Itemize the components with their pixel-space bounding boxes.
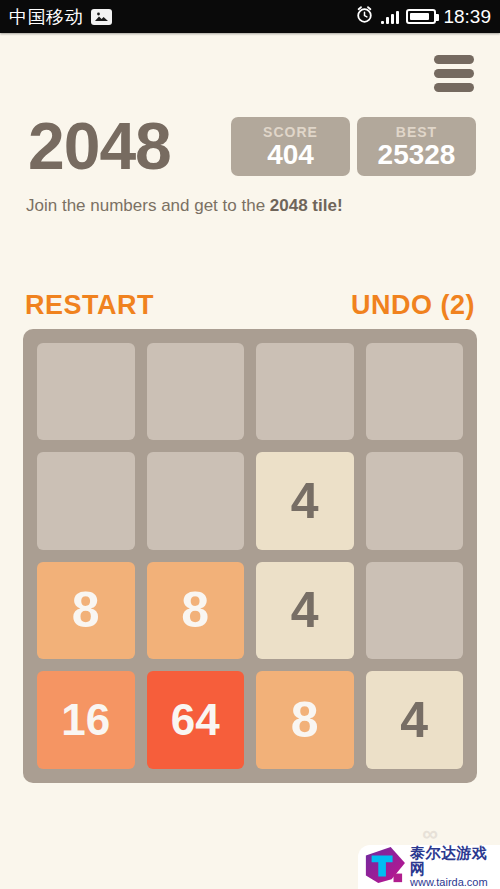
battery-icon xyxy=(406,9,436,24)
score-value: 404 xyxy=(267,140,314,169)
hamburger-menu-icon[interactable] xyxy=(434,55,474,92)
watermark-site-name: 泰尔达游戏网 xyxy=(410,845,500,877)
board-cell: 8 xyxy=(147,562,245,660)
score-label: SCORE xyxy=(263,124,318,140)
board-cell: 8 xyxy=(37,562,135,660)
board-cell: 4 xyxy=(256,452,354,550)
faint-infinity-mark: ∞ xyxy=(422,821,438,847)
status-bar: 中国移动 18:39 xyxy=(0,0,500,33)
game-header: 2048 SCORE 404 BEST 25328 xyxy=(0,115,500,178)
board-cell: 4 xyxy=(366,671,464,769)
tairda-logo-icon xyxy=(361,845,407,889)
game-subtitle: Join the numbers and get to the 2048 til… xyxy=(0,196,500,216)
board-cell xyxy=(256,343,354,441)
board-cell xyxy=(366,452,464,550)
board-cell xyxy=(37,343,135,441)
controls-row: RESTART UNDO (2) xyxy=(0,290,500,321)
best-label: BEST xyxy=(396,124,437,140)
board-cell xyxy=(366,343,464,441)
clock-time: 18:39 xyxy=(443,6,491,28)
watermark-site-url: www.tairda.com xyxy=(410,877,500,889)
game-title: 2048 xyxy=(28,115,171,178)
board-cell: 8 xyxy=(256,671,354,769)
board-cell xyxy=(37,452,135,550)
undo-button[interactable]: UNDO (2) xyxy=(351,290,475,321)
board-cell: 64 xyxy=(147,671,245,769)
board-cell: 16 xyxy=(37,671,135,769)
restart-button[interactable]: RESTART xyxy=(25,290,154,321)
carrier-label: 中国移动 xyxy=(9,5,83,29)
board-cell xyxy=(147,343,245,441)
subtitle-text: Join the numbers and get to the xyxy=(26,196,270,215)
board-cell: 4 xyxy=(256,562,354,660)
subtitle-goal-text: 2048 tile! xyxy=(270,196,343,215)
score-box: SCORE 404 xyxy=(231,117,350,176)
phone-screen: 中国移动 18:39 xyxy=(0,0,500,889)
board-cell xyxy=(366,562,464,660)
signal-strength-icon xyxy=(381,10,399,24)
picture-notification-icon xyxy=(91,9,112,25)
board-cell xyxy=(147,452,245,550)
alarm-icon xyxy=(355,5,374,28)
best-value: 25328 xyxy=(378,140,456,169)
game-board[interactable]: 4 8 8 4 16 64 8 4 xyxy=(23,329,477,783)
site-watermark: 泰尔达游戏网 www.tairda.com xyxy=(358,845,500,889)
best-score-box: BEST 25328 xyxy=(357,117,476,176)
